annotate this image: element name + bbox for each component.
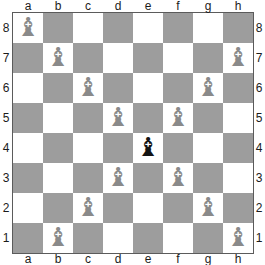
square-b2[interactable] [43,193,73,223]
rank-label-left-8: 8 [0,13,12,43]
square-f8[interactable] [163,13,193,43]
square-d3[interactable]: ♝ [103,163,133,193]
rank-label-right-4: 4 [253,133,265,163]
rank-label-right-8: 8 [253,13,265,43]
square-b8[interactable] [43,13,73,43]
white-bishop-b7: ♝ [46,43,69,72]
square-a4[interactable] [13,133,43,163]
white-bishop-c2: ♝ [76,193,99,222]
rank-label-right-2: 2 [253,193,265,223]
square-c7[interactable] [73,43,103,73]
chess-board: ♝♝♝♝♝♝♝♝♝♝♝♝♝♝ [12,12,254,254]
file-label-bottom-a: a [13,253,43,265]
white-bishop-g2: ♝ [196,193,219,222]
square-f4[interactable] [163,133,193,163]
file-label-top-a: a [13,0,43,12]
white-bishop-f5: ♝ [166,103,189,132]
square-g8[interactable] [193,13,223,43]
square-g4[interactable] [193,133,223,163]
square-e1[interactable] [133,223,163,253]
rank-label-left-6: 6 [0,73,12,103]
square-d6[interactable] [103,73,133,103]
square-g1[interactable] [193,223,223,253]
rank-label-left-3: 3 [0,163,12,193]
black-bishop-e4: ♝ [136,133,159,162]
square-b5[interactable] [43,103,73,133]
file-label-top-h: h [223,0,253,12]
square-h3[interactable] [223,163,253,193]
rank-label-left-2: 2 [0,193,12,223]
square-g5[interactable] [193,103,223,133]
square-b6[interactable] [43,73,73,103]
square-e6[interactable] [133,73,163,103]
white-bishop-c6: ♝ [76,73,99,102]
file-label-bottom-b: b [43,253,73,265]
file-label-bottom-d: d [103,253,133,265]
square-e2[interactable] [133,193,163,223]
square-g3[interactable] [193,163,223,193]
square-c4[interactable] [73,133,103,163]
square-a3[interactable] [13,163,43,193]
file-label-top-c: c [73,0,103,12]
square-e4[interactable]: ♝ [133,133,163,163]
square-g7[interactable] [193,43,223,73]
square-h6[interactable] [223,73,253,103]
square-h2[interactable] [223,193,253,223]
square-b1[interactable]: ♝ [43,223,73,253]
square-c1[interactable] [73,223,103,253]
rank-label-left-4: 4 [0,133,12,163]
square-f7[interactable] [163,43,193,73]
square-c5[interactable] [73,103,103,133]
square-c6[interactable]: ♝ [73,73,103,103]
square-e5[interactable] [133,103,163,133]
white-bishop-b1: ♝ [46,223,69,252]
file-label-top-g: g [193,0,223,12]
white-bishop-f3: ♝ [166,163,189,192]
square-d5[interactable]: ♝ [103,103,133,133]
rank-label-left-7: 7 [0,43,12,73]
square-d4[interactable] [103,133,133,163]
white-bishop-h1: ♝ [226,223,249,252]
square-h4[interactable] [223,133,253,163]
rank-label-right-6: 6 [253,73,265,103]
square-f6[interactable] [163,73,193,103]
square-a6[interactable] [13,73,43,103]
square-a1[interactable] [13,223,43,253]
square-f3[interactable]: ♝ [163,163,193,193]
square-c3[interactable] [73,163,103,193]
square-b4[interactable] [43,133,73,163]
white-bishop-d5: ♝ [106,103,129,132]
rank-label-right-5: 5 [253,103,265,133]
white-bishop-d3: ♝ [106,163,129,192]
square-f2[interactable] [163,193,193,223]
file-label-top-b: b [43,0,73,12]
square-f1[interactable] [163,223,193,253]
square-d7[interactable] [103,43,133,73]
square-e7[interactable] [133,43,163,73]
file-label-bottom-g: g [193,253,223,265]
square-c2[interactable]: ♝ [73,193,103,223]
square-d1[interactable] [103,223,133,253]
square-h8[interactable] [223,13,253,43]
square-g6[interactable]: ♝ [193,73,223,103]
white-bishop-a8: ♝ [16,13,39,42]
square-e8[interactable] [133,13,163,43]
rank-label-right-1: 1 [253,223,265,253]
square-h5[interactable] [223,103,253,133]
square-b3[interactable] [43,163,73,193]
chess-diagram: ♝♝♝♝♝♝♝♝♝♝♝♝♝♝aabbccddeeffgghh8877665544… [0,0,265,265]
file-label-top-d: d [103,0,133,12]
file-label-bottom-h: h [223,253,253,265]
square-a5[interactable] [13,103,43,133]
square-a7[interactable] [13,43,43,73]
square-f5[interactable]: ♝ [163,103,193,133]
square-h7[interactable]: ♝ [223,43,253,73]
rank-label-right-3: 3 [253,163,265,193]
square-d2[interactable] [103,193,133,223]
white-bishop-h7: ♝ [226,43,249,72]
square-a2[interactable] [13,193,43,223]
square-c8[interactable] [73,13,103,43]
rank-label-right-7: 7 [253,43,265,73]
square-h1[interactable]: ♝ [223,223,253,253]
white-bishop-g6: ♝ [196,73,219,102]
square-g2[interactable]: ♝ [193,193,223,223]
square-a8[interactable]: ♝ [13,13,43,43]
square-b7[interactable]: ♝ [43,43,73,73]
file-label-bottom-c: c [73,253,103,265]
square-d8[interactable] [103,13,133,43]
file-label-bottom-e: e [133,253,163,265]
rank-label-left-5: 5 [0,103,12,133]
rank-label-left-1: 1 [0,223,12,253]
file-label-top-e: e [133,0,163,12]
square-e3[interactable] [133,163,163,193]
file-label-bottom-f: f [163,253,193,265]
file-label-top-f: f [163,0,193,12]
